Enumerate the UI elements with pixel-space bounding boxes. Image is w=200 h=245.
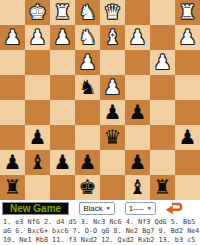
square[interactable] [125, 0, 150, 25]
white-pawn[interactable]: ♟ [79, 50, 97, 75]
black-king[interactable]: ♚ [79, 175, 97, 200]
white-queen[interactable]: ♛ [104, 0, 122, 25]
square[interactable]: ♟ [125, 150, 150, 175]
black-pawn[interactable]: ♟ [129, 100, 147, 125]
square[interactable]: ♞ [75, 75, 100, 100]
black-pawn[interactable]: ♟ [4, 150, 22, 175]
square[interactable] [0, 75, 25, 100]
square[interactable]: ♟ [50, 150, 75, 175]
square[interactable]: ♞ [75, 0, 100, 25]
white-bishop[interactable]: ♝ [104, 25, 122, 50]
square[interactable] [175, 150, 200, 175]
new-game-button[interactable]: New Game [2, 202, 69, 215]
square[interactable] [0, 100, 25, 125]
white-pawn[interactable]: ♟ [4, 25, 22, 50]
square[interactable]: ♟ [75, 150, 100, 175]
square[interactable] [75, 125, 100, 150]
square[interactable]: ♝ [25, 150, 50, 175]
white-rook[interactable]: ♜ [54, 0, 72, 25]
square[interactable] [150, 0, 175, 25]
square[interactable] [125, 75, 150, 100]
square[interactable] [150, 25, 175, 50]
square[interactable] [75, 100, 100, 125]
square[interactable] [125, 50, 150, 75]
square[interactable]: ♜ [0, 175, 25, 200]
square[interactable] [25, 50, 50, 75]
square[interactable]: ♟ [50, 25, 75, 50]
white-pawn[interactable]: ♟ [179, 25, 197, 50]
square[interactable]: ♝ [125, 175, 150, 200]
square[interactable] [50, 75, 75, 100]
square[interactable] [150, 75, 175, 100]
move-select-value: 1---- [129, 204, 144, 213]
square[interactable]: ♛ [100, 0, 125, 25]
white-knight[interactable]: ♞ [79, 0, 97, 25]
square[interactable] [175, 50, 200, 75]
black-rook[interactable]: ♜ [4, 175, 22, 200]
square[interactable] [25, 100, 50, 125]
square[interactable]: ♟ [150, 50, 175, 75]
square[interactable] [50, 125, 75, 150]
square[interactable] [100, 150, 125, 175]
square[interactable]: ♟ [25, 25, 50, 50]
undo-arrow-icon [164, 201, 186, 215]
square[interactable] [150, 125, 175, 150]
square[interactable] [150, 150, 175, 175]
white-pawn[interactable]: ♟ [104, 75, 122, 100]
black-pawn[interactable]: ♟ [104, 100, 122, 125]
square[interactable] [175, 75, 200, 100]
square[interactable] [150, 100, 175, 125]
black-pawn[interactable]: ♟ [79, 150, 97, 175]
chevron-down-icon: ▼ [147, 205, 152, 211]
square[interactable]: ♟ [125, 100, 150, 125]
black-pawn[interactable]: ♟ [179, 125, 197, 150]
square[interactable]: ♟ [0, 25, 25, 50]
square[interactable] [175, 175, 200, 200]
black-knight[interactable]: ♞ [79, 75, 97, 100]
square[interactable]: ♟ [175, 125, 200, 150]
square[interactable]: ♚ [25, 0, 50, 25]
controls-bar: New Game Black ▼ 1---- ▼ [0, 200, 200, 215]
square[interactable] [0, 0, 25, 25]
move-list-line: a6 6. Bxc6+ bxc6 7. O-O g6 8. Ne2 Bg7 9.… [3, 227, 197, 236]
square[interactable]: ♟ [75, 50, 100, 75]
square[interactable] [50, 100, 75, 125]
square[interactable]: ♜ [175, 0, 200, 25]
white-king[interactable]: ♚ [29, 0, 47, 25]
square[interactable]: ♛ [100, 125, 125, 150]
square[interactable]: ♟ [175, 25, 200, 50]
move-list-line: 10. Ne1 Rb8 11. f3 Nxd2 12. Qxd2 Rxb2 13… [3, 236, 197, 245]
black-pawn[interactable]: ♟ [54, 150, 72, 175]
square[interactable] [50, 50, 75, 75]
square[interactable]: ♟ [0, 150, 25, 175]
square[interactable]: ♚ [75, 175, 100, 200]
square[interactable] [175, 100, 200, 125]
square[interactable] [50, 175, 75, 200]
square[interactable] [0, 50, 25, 75]
move-list-line: 1. e3 Nf6 2. d4 d5 3. Nc3 Nc6 4. Nf3 Qd6… [3, 218, 197, 227]
white-pawn[interactable]: ♟ [29, 25, 47, 50]
square[interactable] [125, 125, 150, 150]
black-bishop[interactable]: ♝ [29, 150, 47, 175]
black-pawn[interactable]: ♟ [29, 125, 47, 150]
chess-app: ♚♜♞♛♜♟♟♟♞♝♟♟♟♟♞♟♟♟♟♛♟♟♝♟♟♟♜♚♝♜ New Game … [0, 0, 200, 245]
square[interactable]: ♟ [100, 75, 125, 100]
move-select[interactable]: 1---- ▼ [125, 202, 156, 215]
square[interactable]: ♝ [100, 25, 125, 50]
white-pawn[interactable]: ♟ [54, 25, 72, 50]
square[interactable]: ♟ [125, 25, 150, 50]
white-knight[interactable]: ♞ [79, 25, 97, 50]
square[interactable]: ♜ [150, 175, 175, 200]
square[interactable]: ♜ [50, 0, 75, 25]
square[interactable] [25, 75, 50, 100]
move-list: 1. e3 Nf6 2. d4 d5 3. Nc3 Nc6 4. Nf3 Qd6… [0, 215, 200, 245]
white-rook[interactable]: ♜ [179, 0, 197, 25]
white-pawn[interactable]: ♟ [129, 25, 147, 50]
square[interactable] [0, 125, 25, 150]
square[interactable]: ♟ [25, 125, 50, 150]
square[interactable] [25, 175, 50, 200]
chevron-down-icon: ▼ [106, 205, 111, 211]
black-queen[interactable]: ♛ [104, 125, 122, 150]
black-bishop[interactable]: ♝ [129, 175, 147, 200]
white-pawn[interactable]: ♟ [154, 50, 172, 75]
square[interactable]: ♞ [75, 25, 100, 50]
black-pawn[interactable]: ♟ [129, 150, 147, 175]
square[interactable]: ♟ [100, 100, 125, 125]
chess-board[interactable]: ♚♜♞♛♜♟♟♟♞♝♟♟♟♟♞♟♟♟♟♛♟♟♝♟♟♟♜♚♝♜ [0, 0, 200, 200]
black-rook[interactable]: ♜ [154, 175, 172, 200]
square[interactable] [100, 50, 125, 75]
square[interactable] [100, 175, 125, 200]
undo-button[interactable] [164, 201, 186, 215]
color-select[interactable]: Black ▼ [79, 202, 115, 215]
color-select-value: Black [83, 204, 103, 213]
